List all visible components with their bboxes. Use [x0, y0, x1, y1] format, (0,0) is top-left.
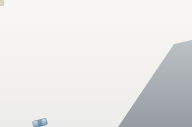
- checkers-photo-scene: 1234567812345678: [0, 0, 192, 127]
- metal-clasp: [32, 118, 47, 127]
- table-surface: [118, 40, 192, 127]
- checkers-board: 1234567812345678: [0, 0, 192, 127]
- frame-label-near-8: 8: [0, 0, 5, 9]
